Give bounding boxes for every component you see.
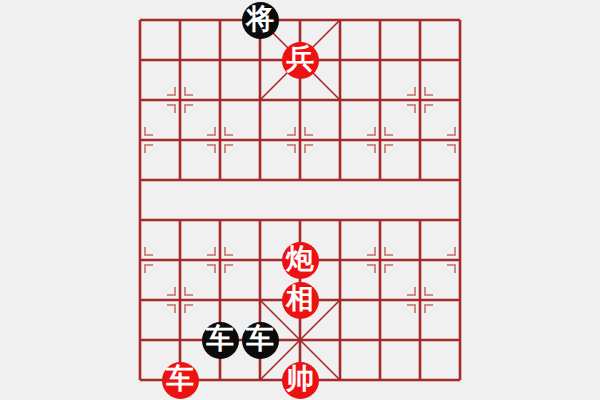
piece-red-general[interactable]: 帅 <box>282 362 319 399</box>
piece-red-elephant[interactable]: 相 <box>282 282 319 319</box>
pieces-layer: 将兵炮相车车车帅 <box>120 0 480 400</box>
piece-red-chariot[interactable]: 车 <box>162 362 199 399</box>
piece-red-cannon[interactable]: 炮 <box>282 242 319 279</box>
piece-black-chariot-1[interactable]: 车 <box>202 322 239 359</box>
piece-red-soldier[interactable]: 兵 <box>282 42 319 79</box>
piece-black-chariot-2[interactable]: 车 <box>242 322 279 359</box>
piece-black-general[interactable]: 将 <box>242 2 279 39</box>
xiangqi-board: 将兵炮相车车车帅 <box>0 0 600 400</box>
